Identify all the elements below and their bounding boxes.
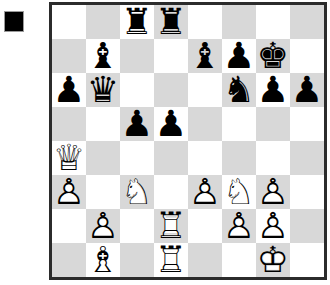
square-g1[interactable]: ♚︎♔︎ [256,243,290,277]
white-piece-outline: ♘︎ [120,175,154,209]
piece-black-knight: ♞︎ [222,73,256,107]
square-c4[interactable] [120,141,154,175]
black-piece-glyph: ♟︎ [256,73,290,107]
square-d7[interactable] [154,39,188,73]
piece-black-pawn: ♟︎ [52,73,86,107]
square-f8[interactable] [222,5,256,39]
piece-black-pawn: ♟︎ [154,107,188,141]
piece-black-rook: ♜︎ [120,5,154,39]
square-c2[interactable] [120,209,154,243]
square-d2[interactable]: ♜︎♖︎ [154,209,188,243]
square-d4[interactable] [154,141,188,175]
square-b7[interactable]: ♝︎ [86,39,120,73]
chess-board: ♜︎♜︎♝︎♝︎♟︎♚︎♟︎♛︎♞︎♟︎♟︎♟︎♟︎♛︎♕︎♟︎♙︎♞︎♘︎♟︎… [49,2,327,280]
white-piece-outline: ♖︎ [154,243,188,277]
piece-white-pawn: ♟︎♙︎ [86,209,120,243]
piece-black-bishop: ♝︎ [86,39,120,73]
piece-white-knight: ♞︎♘︎ [120,175,154,209]
square-d8[interactable]: ♜︎ [154,5,188,39]
square-g5[interactable] [256,107,290,141]
black-to-move-indicator [4,11,24,32]
black-piece-glyph: ♝︎ [86,39,120,73]
square-g3[interactable]: ♟︎♙︎ [256,175,290,209]
square-b3[interactable] [86,175,120,209]
white-piece-outline: ♘︎ [222,175,256,209]
black-piece-glyph: ♟︎ [52,73,86,107]
black-piece-glyph: ♟︎ [154,107,188,141]
piece-white-rook: ♜︎♖︎ [154,209,188,243]
square-a7[interactable] [52,39,86,73]
square-h7[interactable] [290,39,324,73]
square-d1[interactable]: ♜︎♖︎ [154,243,188,277]
square-c3[interactable]: ♞︎♘︎ [120,175,154,209]
piece-white-pawn: ♟︎♙︎ [188,175,222,209]
white-piece-outline: ♙︎ [86,209,120,243]
square-g7[interactable]: ♚︎ [256,39,290,73]
square-h3[interactable] [290,175,324,209]
piece-white-king: ♚︎♔︎ [256,243,290,277]
square-b5[interactable] [86,107,120,141]
square-c8[interactable]: ♜︎ [120,5,154,39]
square-d5[interactable]: ♟︎ [154,107,188,141]
white-piece-outline: ♙︎ [188,175,222,209]
white-piece-outline: ♔︎ [256,243,290,277]
black-piece-glyph: ♟︎ [290,73,324,107]
square-a1[interactable] [52,243,86,277]
square-b1[interactable]: ♝︎♗︎ [86,243,120,277]
piece-black-king: ♚︎ [256,39,290,73]
square-h8[interactable] [290,5,324,39]
square-f1[interactable] [222,243,256,277]
piece-white-pawn: ♟︎♙︎ [256,209,290,243]
white-piece-outline: ♙︎ [52,175,86,209]
piece-black-pawn: ♟︎ [256,73,290,107]
square-f7[interactable]: ♟︎ [222,39,256,73]
square-f5[interactable] [222,107,256,141]
piece-white-pawn: ♟︎♙︎ [222,209,256,243]
piece-black-rook: ♜︎ [154,5,188,39]
white-piece-outline: ♗︎ [86,243,120,277]
square-h1[interactable] [290,243,324,277]
square-c1[interactable] [120,243,154,277]
square-d3[interactable] [154,175,188,209]
square-e3[interactable]: ♟︎♙︎ [188,175,222,209]
square-c5[interactable]: ♟︎ [120,107,154,141]
piece-white-bishop: ♝︎♗︎ [86,243,120,277]
square-a6[interactable]: ♟︎ [52,73,86,107]
square-e7[interactable]: ♝︎ [188,39,222,73]
piece-black-pawn: ♟︎ [120,107,154,141]
square-g2[interactable]: ♟︎♙︎ [256,209,290,243]
piece-white-rook: ♜︎♖︎ [154,243,188,277]
square-e4[interactable] [188,141,222,175]
square-a3[interactable]: ♟︎♙︎ [52,175,86,209]
square-b4[interactable] [86,141,120,175]
square-e8[interactable] [188,5,222,39]
piece-black-bishop: ♝︎ [188,39,222,73]
white-piece-outline: ♙︎ [222,209,256,243]
piece-black-pawn: ♟︎ [290,73,324,107]
square-e1[interactable] [188,243,222,277]
square-b8[interactable] [86,5,120,39]
white-piece-outline: ♕︎ [52,141,86,175]
square-e5[interactable] [188,107,222,141]
square-c6[interactable] [120,73,154,107]
black-piece-glyph: ♞︎ [222,73,256,107]
square-a8[interactable] [52,5,86,39]
white-piece-outline: ♙︎ [256,209,290,243]
black-piece-glyph: ♟︎ [222,39,256,73]
piece-black-queen: ♛︎ [86,73,120,107]
black-piece-glyph: ♟︎ [120,107,154,141]
square-g4[interactable] [256,141,290,175]
black-piece-glyph: ♜︎ [120,5,154,39]
square-a5[interactable] [52,107,86,141]
square-d6[interactable] [154,73,188,107]
square-h2[interactable] [290,209,324,243]
square-e6[interactable] [188,73,222,107]
square-a4[interactable]: ♛︎♕︎ [52,141,86,175]
white-piece-outline: ♖︎ [154,209,188,243]
piece-white-queen: ♛︎♕︎ [52,141,86,175]
square-e2[interactable] [188,209,222,243]
black-piece-glyph: ♜︎ [154,5,188,39]
square-f2[interactable]: ♟︎♙︎ [222,209,256,243]
square-h6[interactable]: ♟︎ [290,73,324,107]
square-h5[interactable] [290,107,324,141]
piece-white-pawn: ♟︎♙︎ [52,175,86,209]
square-a2[interactable] [52,209,86,243]
square-b6[interactable]: ♛︎ [86,73,120,107]
black-piece-glyph: ♛︎ [86,73,120,107]
white-piece-outline: ♙︎ [256,175,290,209]
square-g6[interactable]: ♟︎ [256,73,290,107]
square-g8[interactable] [256,5,290,39]
square-b2[interactable]: ♟︎♙︎ [86,209,120,243]
square-h4[interactable] [290,141,324,175]
piece-black-pawn: ♟︎ [222,39,256,73]
square-f3[interactable]: ♞︎♘︎ [222,175,256,209]
piece-white-knight: ♞︎♘︎ [222,175,256,209]
square-c7[interactable] [120,39,154,73]
piece-white-pawn: ♟︎♙︎ [256,175,290,209]
black-piece-glyph: ♝︎ [188,39,222,73]
square-f6[interactable]: ♞︎ [222,73,256,107]
black-piece-glyph: ♚︎ [256,39,290,73]
square-f4[interactable] [222,141,256,175]
